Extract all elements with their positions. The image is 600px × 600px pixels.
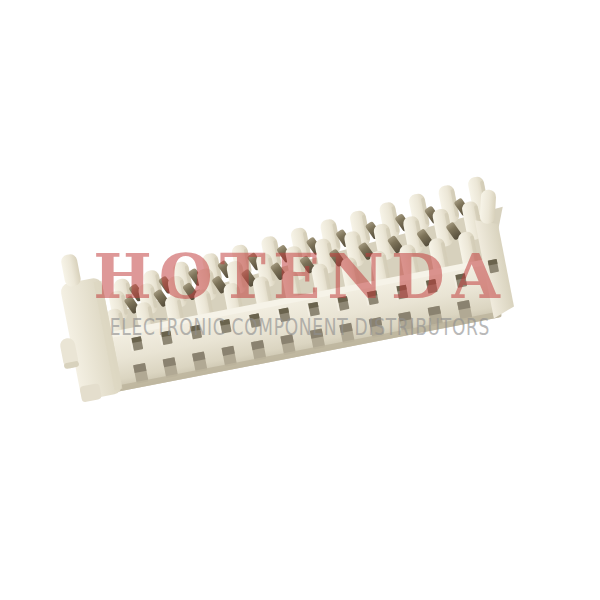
product-photo: HOTENDA ELECTRONIC COMPONENT DISTRIBUTOR… <box>0 0 600 600</box>
connector-image <box>0 0 600 600</box>
